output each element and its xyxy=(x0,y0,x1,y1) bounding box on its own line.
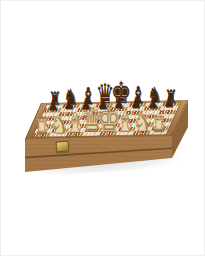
chess-set-product-photo[interactable]: ♜♞♝♛♚♝♞♜♟♟♟♟♟♟♟♟♟♟♟♟♟♟♟♟♜♞♝♛♚♝♞♜ xyxy=(0,0,205,256)
square-h1 xyxy=(149,130,167,134)
chess-board xyxy=(33,102,181,137)
board-frame xyxy=(25,100,188,139)
brass-clasp xyxy=(56,141,70,153)
